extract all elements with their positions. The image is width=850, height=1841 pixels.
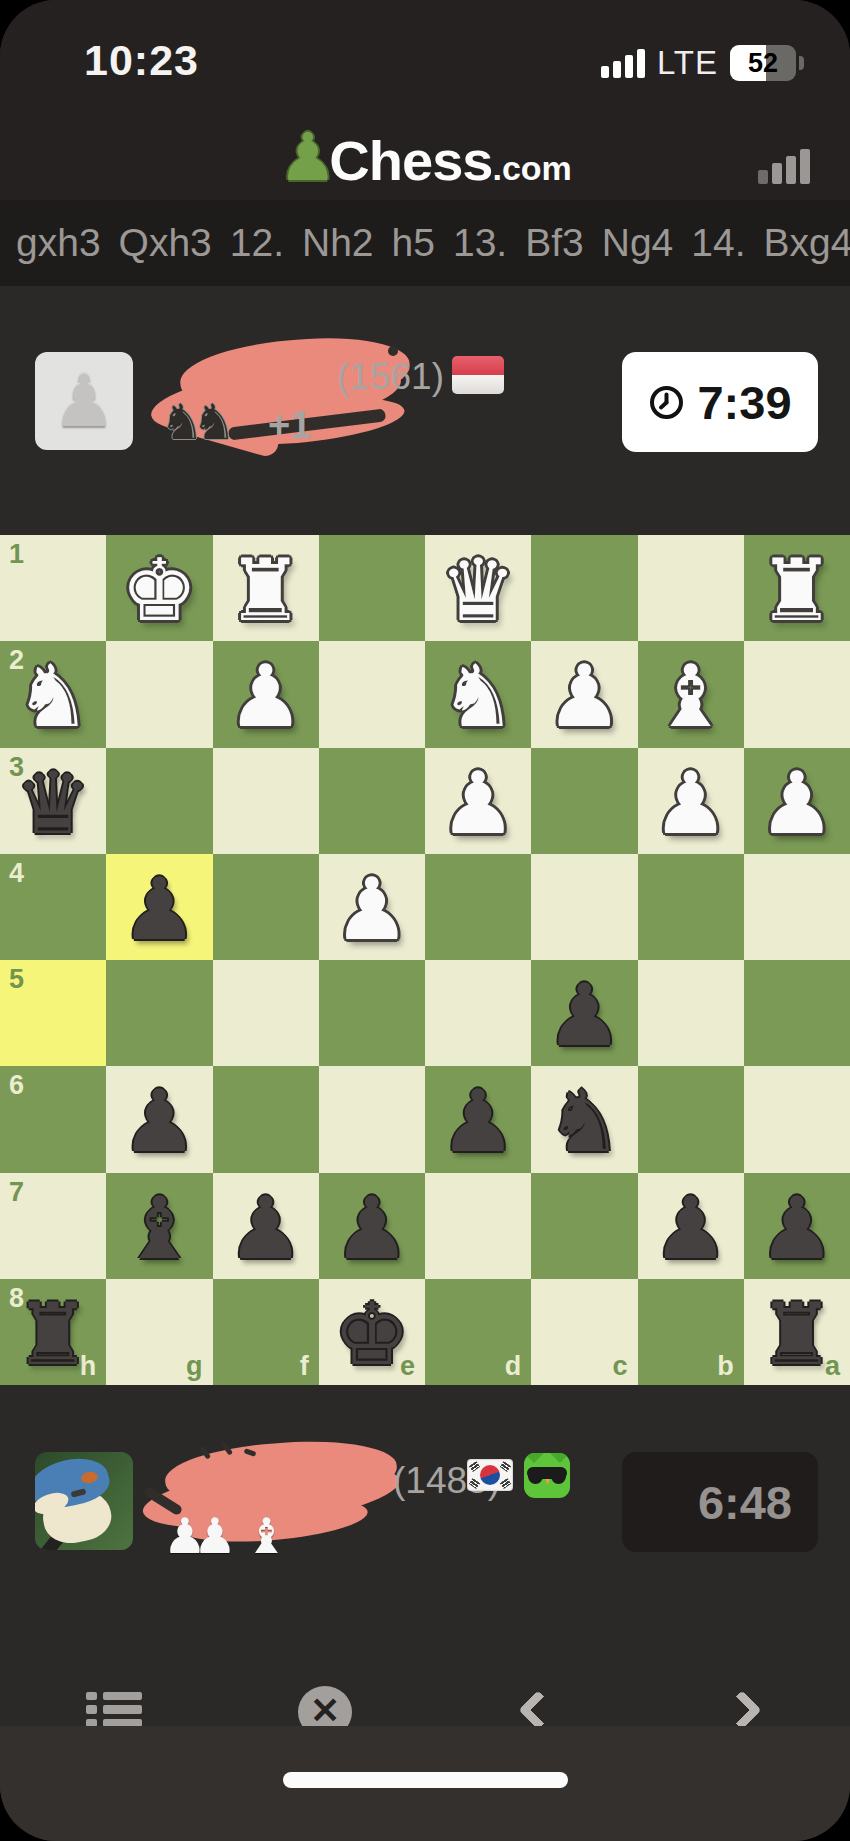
white-pawn[interactable]: ♟ bbox=[319, 856, 425, 962]
file-label-c: c bbox=[612, 1351, 627, 1382]
square-c5[interactable]: ♟ bbox=[531, 960, 637, 1066]
square-c3[interactable] bbox=[531, 748, 637, 854]
black-bishop[interactable]: ♝ bbox=[106, 1175, 212, 1281]
battery-icon: 52 bbox=[730, 45, 796, 81]
square-f1[interactable]: ♜ bbox=[213, 535, 319, 641]
phone-screen: 10:23 LTE 52 ♟ Chess .com gxh3Qxh312.Nh2… bbox=[0, 0, 850, 1841]
square-c7[interactable] bbox=[531, 1173, 637, 1279]
square-a5[interactable] bbox=[744, 960, 850, 1066]
default-pawn-avatar-icon: ♟ bbox=[52, 359, 117, 443]
connection-strength-icon bbox=[758, 148, 810, 184]
file-label-g: g bbox=[186, 1351, 203, 1382]
black-pawn[interactable]: ♟ bbox=[638, 1175, 744, 1281]
square-g8[interactable]: g bbox=[106, 1279, 212, 1385]
square-a4[interactable] bbox=[744, 854, 850, 960]
move-token[interactable]: Bf3 bbox=[525, 221, 584, 265]
cellular-signal-icon bbox=[601, 48, 645, 78]
white-king[interactable]: ♚ bbox=[106, 537, 212, 643]
square-b1[interactable] bbox=[638, 535, 744, 641]
square-b7[interactable]: ♟ bbox=[638, 1173, 744, 1279]
square-b2[interactable]: ♝ bbox=[638, 641, 744, 747]
chesscom-logo: ♟ Chess .com bbox=[0, 122, 850, 198]
white-pawn[interactable]: ♟ bbox=[213, 643, 319, 749]
black-player-clock: 6:48 bbox=[622, 1452, 818, 1552]
file-label-d: d bbox=[505, 1351, 522, 1382]
square-f6[interactable] bbox=[213, 1066, 319, 1172]
square-d8[interactable]: d bbox=[425, 1279, 531, 1385]
rank-label-1: 1 bbox=[9, 539, 24, 570]
black-queen[interactable]: ♛ bbox=[0, 750, 106, 856]
square-d7[interactable] bbox=[425, 1173, 531, 1279]
square-f4[interactable] bbox=[213, 854, 319, 960]
black-player-avatar[interactable] bbox=[35, 1452, 133, 1550]
white-player-rating: (1561) bbox=[337, 356, 444, 398]
material-advantage: +1 bbox=[268, 404, 311, 447]
square-e8[interactable]: e♚ bbox=[319, 1279, 425, 1385]
battery-percent: 52 bbox=[730, 45, 796, 81]
move-token[interactable]: Nh2 bbox=[302, 221, 374, 265]
square-d4[interactable] bbox=[425, 854, 531, 960]
square-a7[interactable]: ♟ bbox=[744, 1173, 850, 1279]
move-token[interactable]: h5 bbox=[392, 221, 435, 265]
square-e4[interactable]: ♟ bbox=[319, 854, 425, 960]
square-b3[interactable]: ♟ bbox=[638, 748, 744, 854]
white-pawn[interactable]: ♟ bbox=[744, 750, 850, 856]
square-h7[interactable]: 7 bbox=[0, 1173, 106, 1279]
forward-arrow-icon[interactable] bbox=[722, 1690, 762, 1730]
chess-board[interactable]: 1♚♜♛♜2♞♟♞♟♝3♛♟♟♟4♟♟5♟6♟♟♞7♝♟♟♟♟8h♜gfe♚dc… bbox=[0, 535, 850, 1385]
move-list[interactable]: gxh3Qxh312.Nh2h513.Bf3Ng414.Bxg4hxg4 bbox=[0, 200, 850, 286]
white-rook[interactable]: ♜ bbox=[213, 537, 319, 643]
square-f2[interactable]: ♟ bbox=[213, 641, 319, 747]
black-captured-pieces: ♟♟♝ bbox=[163, 1512, 289, 1561]
chesscom-pawn-icon: ♟ bbox=[278, 125, 337, 191]
square-d6[interactable]: ♟ bbox=[425, 1066, 531, 1172]
square-h6[interactable]: 6 bbox=[0, 1066, 106, 1172]
square-f3[interactable] bbox=[213, 748, 319, 854]
black-king[interactable]: ♚ bbox=[319, 1281, 425, 1387]
square-f7[interactable]: ♟ bbox=[213, 1173, 319, 1279]
file-label-b: b bbox=[717, 1351, 734, 1382]
square-e5[interactable] bbox=[319, 960, 425, 1066]
black-pawn[interactable]: ♟ bbox=[531, 962, 637, 1068]
south-korea-flag bbox=[467, 1459, 513, 1491]
white-pawn[interactable]: ♟ bbox=[425, 750, 531, 856]
white-clock-time: 7:39 bbox=[697, 375, 791, 430]
square-g5[interactable] bbox=[106, 960, 212, 1066]
square-e2[interactable] bbox=[319, 641, 425, 747]
square-e3[interactable] bbox=[319, 748, 425, 854]
white-knight[interactable]: ♞ bbox=[425, 643, 531, 749]
clock-icon bbox=[648, 384, 685, 421]
move-token[interactable]: Ng4 bbox=[602, 221, 674, 265]
white-bishop[interactable]: ♝ bbox=[638, 643, 744, 749]
black-rook[interactable]: ♜ bbox=[744, 1281, 850, 1387]
move-token[interactable]: 13. bbox=[453, 221, 507, 265]
white-player-clock: 7:39 bbox=[622, 352, 818, 452]
square-h4[interactable]: 4 bbox=[0, 854, 106, 960]
square-c6[interactable]: ♞ bbox=[531, 1066, 637, 1172]
white-knight[interactable]: ♞ bbox=[0, 643, 106, 749]
black-rook[interactable]: ♜ bbox=[0, 1281, 106, 1387]
square-a2[interactable] bbox=[744, 641, 850, 747]
square-b5[interactable] bbox=[638, 960, 744, 1066]
black-pawn[interactable]: ♟ bbox=[425, 1068, 531, 1174]
square-h1[interactable]: 1 bbox=[0, 535, 106, 641]
square-d5[interactable] bbox=[425, 960, 531, 1066]
square-g2[interactable] bbox=[106, 641, 212, 747]
white-pawn[interactable]: ♟ bbox=[531, 643, 637, 749]
square-c2[interactable]: ♟ bbox=[531, 641, 637, 747]
square-d2[interactable]: ♞ bbox=[425, 641, 531, 747]
white-queen[interactable]: ♛ bbox=[425, 537, 531, 643]
battery-nub bbox=[799, 56, 804, 70]
black-clock-time: 6:48 bbox=[698, 1475, 792, 1530]
move-token[interactable]: Qxh3 bbox=[119, 221, 212, 265]
move-token[interactable]: 12. bbox=[230, 221, 284, 265]
black-pawn[interactable]: ♟ bbox=[744, 1175, 850, 1281]
indonesia-flag bbox=[452, 356, 504, 394]
status-time: 10:23 bbox=[84, 36, 199, 85]
square-b6[interactable] bbox=[638, 1066, 744, 1172]
square-a6[interactable] bbox=[744, 1066, 850, 1172]
network-type-label: LTE bbox=[657, 44, 718, 82]
white-player-avatar[interactable]: ♟ bbox=[35, 352, 133, 450]
square-c8[interactable]: c bbox=[531, 1279, 637, 1385]
rank-label-5: 5 bbox=[9, 964, 24, 995]
app-header: 10:23 LTE 52 ♟ Chess .com bbox=[0, 0, 850, 200]
square-a8[interactable]: a♜ bbox=[744, 1279, 850, 1385]
square-h2[interactable]: 2♞ bbox=[0, 641, 106, 747]
brand-text: Chess bbox=[329, 128, 492, 193]
square-d3[interactable]: ♟ bbox=[425, 748, 531, 854]
square-d1[interactable]: ♛ bbox=[425, 535, 531, 641]
square-g1[interactable]: ♚ bbox=[106, 535, 212, 641]
square-b8[interactable]: b bbox=[638, 1279, 744, 1385]
square-g4[interactable]: ♟ bbox=[106, 854, 212, 960]
white-captured-pieces: ♞♞ bbox=[160, 398, 224, 447]
square-h8[interactable]: 8h♜ bbox=[0, 1279, 106, 1385]
move-token[interactable]: Bxg4 bbox=[763, 221, 850, 265]
move-token[interactable]: 14. bbox=[691, 221, 745, 265]
square-h5[interactable]: 5 bbox=[0, 960, 106, 1066]
square-e1[interactable] bbox=[319, 535, 425, 641]
square-g6[interactable]: ♟ bbox=[106, 1066, 212, 1172]
move-token[interactable]: gxh3 bbox=[16, 221, 101, 265]
back-arrow-icon[interactable] bbox=[518, 1690, 558, 1730]
white-pawn[interactable]: ♟ bbox=[638, 750, 744, 856]
square-g3[interactable] bbox=[106, 748, 212, 854]
square-a1[interactable]: ♜ bbox=[744, 535, 850, 641]
square-c4[interactable] bbox=[531, 854, 637, 960]
black-knight[interactable]: ♞ bbox=[531, 1068, 637, 1174]
black-pawn[interactable]: ♟ bbox=[213, 1175, 319, 1281]
square-f5[interactable] bbox=[213, 960, 319, 1066]
home-indicator-area bbox=[0, 1726, 850, 1841]
rank-label-7: 7 bbox=[9, 1177, 24, 1208]
square-a3[interactable]: ♟ bbox=[744, 748, 850, 854]
square-b4[interactable] bbox=[638, 854, 744, 960]
status-indicators: LTE 52 bbox=[601, 44, 804, 82]
black-pawn[interactable]: ♟ bbox=[106, 856, 212, 962]
square-e6[interactable] bbox=[319, 1066, 425, 1172]
rank-label-4: 4 bbox=[9, 858, 24, 889]
square-g7[interactable]: ♝ bbox=[106, 1173, 212, 1279]
file-label-f: f bbox=[300, 1351, 309, 1382]
square-e7[interactable]: ♟ bbox=[319, 1173, 425, 1279]
home-indicator[interactable] bbox=[283, 1772, 568, 1788]
black-pawn[interactable]: ♟ bbox=[319, 1175, 425, 1281]
square-h3[interactable]: 3♛ bbox=[0, 748, 106, 854]
white-rook[interactable]: ♜ bbox=[744, 537, 850, 643]
rank-label-6: 6 bbox=[9, 1070, 24, 1101]
square-f8[interactable]: f bbox=[213, 1279, 319, 1385]
brand-suffix: .com bbox=[492, 149, 571, 188]
black-pawn[interactable]: ♟ bbox=[106, 1068, 212, 1174]
sunglasses-badge bbox=[524, 1453, 570, 1498]
square-c1[interactable] bbox=[531, 535, 637, 641]
